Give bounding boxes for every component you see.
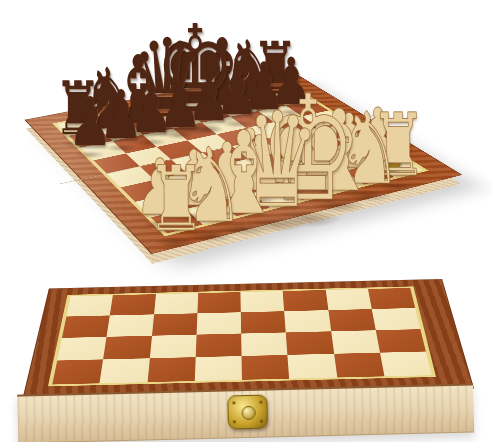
clasp-screw-icon (259, 401, 262, 404)
box-square-r3c8 (376, 329, 426, 352)
box-square-r2c8 (372, 308, 421, 330)
square-b1 (185, 201, 236, 225)
square-e2 (265, 165, 314, 186)
square-e3 (248, 152, 295, 172)
square-c2 (202, 179, 251, 201)
square-e1 (283, 178, 333, 200)
square-a5 (93, 153, 139, 173)
square-g2 (325, 151, 373, 171)
clasp-knob-icon (241, 406, 255, 420)
clasp-screw-icon (260, 420, 263, 423)
square-d3 (218, 159, 266, 179)
box-square-r1c3 (154, 293, 198, 314)
square-c1 (219, 193, 270, 216)
box-square-r4c5 (242, 355, 290, 380)
square-c3 (186, 165, 234, 186)
box-checker-top (52, 288, 431, 385)
box-square-r1c7 (325, 289, 371, 310)
box-square-r2c5 (241, 311, 286, 333)
box-square-r2c3 (152, 313, 198, 335)
box-square-r1c1 (66, 295, 113, 316)
box-front-panel (17, 383, 474, 442)
square-a3 (121, 180, 169, 202)
box-square-r1c8 (368, 288, 415, 309)
square-b5 (125, 147, 171, 166)
box-clasp-icon (227, 395, 268, 430)
square-b4 (139, 159, 186, 179)
clasp-knob-icon (389, 148, 399, 158)
box-square-r4c4 (195, 356, 242, 381)
open-chessboard-view: ♜♞♝♛♚♝♞♜♟♟♟♟♟♟♟♟♟♟♟♟♟♟♟♟♜♞♝♛♚♝♞♜ (0, 22, 492, 237)
square-a1 (151, 209, 202, 233)
box-square-r4c7 (334, 353, 385, 378)
box-square-r1c4 (197, 292, 241, 313)
box-square-r1c2 (110, 294, 156, 315)
box-square-r2c2 (107, 314, 154, 336)
box-square-r3c3 (149, 335, 196, 359)
box-square-r4c1 (52, 359, 103, 384)
clasp-screw-icon (233, 420, 236, 423)
box-square-r3c4 (195, 334, 241, 358)
square-f1 (314, 171, 364, 192)
square-d2 (234, 172, 283, 193)
chess-board (57, 80, 423, 233)
box-square-r2c4 (196, 312, 241, 334)
square-f3 (278, 145, 325, 164)
square-a4 (107, 166, 154, 187)
square-b2 (169, 186, 219, 209)
square-d4 (202, 146, 248, 165)
box-square-r3c2 (103, 336, 151, 360)
box-square-r4c6 (288, 354, 337, 379)
box-square-r2c7 (328, 309, 376, 331)
square-a2 (135, 194, 185, 217)
box-square-r1c6 (283, 290, 328, 311)
square-b3 (154, 173, 202, 194)
box-square-r1c5 (240, 291, 284, 312)
box-top-frame (22, 279, 474, 400)
box-square-r4c2 (100, 358, 150, 383)
box-square-r3c7 (331, 330, 380, 354)
clasp-screw-icon (232, 401, 235, 404)
box-square-r3c6 (286, 331, 334, 355)
box-square-r2c1 (62, 315, 110, 337)
box-square-r2c6 (284, 310, 330, 332)
box-square-r4c8 (380, 352, 432, 377)
square-f2 (296, 158, 344, 178)
folded-box-view (14, 246, 480, 442)
box-square-r3c1 (57, 337, 107, 361)
box-square-r3c5 (241, 332, 287, 356)
square-d1 (251, 185, 302, 208)
box-square-r4c3 (147, 357, 195, 382)
box-top-3d (22, 279, 474, 400)
box-border-line (48, 286, 436, 386)
square-c4 (171, 153, 218, 173)
